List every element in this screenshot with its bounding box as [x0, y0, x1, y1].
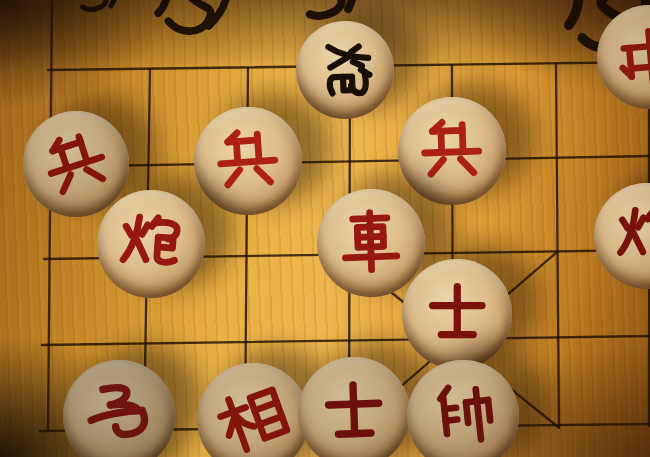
piece-black-cannon-d5[interactable]: [296, 21, 394, 119]
rank-4-line: [46, 156, 650, 167]
piece-face: [316, 375, 392, 451]
piece-red-soldier-e4[interactable]: [398, 97, 506, 205]
piece-red-elephant-c1[interactable]: [197, 363, 309, 457]
piece-face: [78, 375, 159, 456]
piece-red-soldier-c4[interactable]: [194, 107, 302, 215]
file-f-line: [556, 64, 559, 428]
piece-face: [422, 375, 503, 456]
piece-red-advisor-d1[interactable]: [298, 357, 410, 457]
piece-red-chariot-d3[interactable]: [317, 189, 425, 297]
piece-face: [415, 114, 489, 188]
piece-face: [612, 20, 650, 94]
rank-2-line: [42, 336, 650, 345]
piece-red-soldier-g5[interactable]: [597, 5, 650, 109]
river-calligraphy-he: [141, 0, 255, 59]
piece-face: [210, 123, 286, 199]
piece-face: [32, 120, 120, 208]
piece-face: [334, 206, 408, 280]
piece-red-cannon-g3[interactable]: [594, 183, 650, 289]
piece-red-horse-b1[interactable]: [63, 360, 175, 457]
river-calligraphy-chu: [66, 0, 130, 20]
piece-red-general-e1[interactable]: [407, 360, 519, 457]
xiangqi-board-photo: [0, 0, 650, 457]
piece-face: [611, 200, 650, 272]
piece-face: [312, 37, 379, 104]
piece-red-soldier-a4[interactable]: [23, 111, 129, 217]
piece-face: [206, 372, 301, 457]
file-a-line: [48, 0, 52, 431]
piece-face: [113, 206, 189, 282]
piece-red-advisor-e2[interactable]: [402, 259, 512, 369]
piece-face: [421, 278, 494, 351]
piece-red-cannon-b3[interactable]: [97, 190, 205, 298]
